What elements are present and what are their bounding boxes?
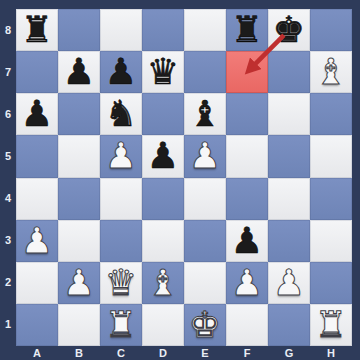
square-h1[interactable]: ♜ [310, 304, 352, 346]
square-h2[interactable] [310, 262, 352, 304]
square-c1[interactable]: ♜ [100, 304, 142, 346]
piece-white-bishop-h7[interactable]: ♝ [315, 54, 347, 90]
piece-white-pawn-b2[interactable]: ♟ [63, 265, 95, 301]
piece-black-rook-a8[interactable]: ♜ [21, 12, 53, 48]
piece-white-bishop-d2[interactable]: ♝ [147, 265, 179, 301]
square-a2[interactable] [16, 262, 58, 304]
piece-white-pawn-e5[interactable]: ♟ [189, 138, 221, 174]
square-g3[interactable] [268, 220, 310, 262]
piece-white-queen-c2[interactable]: ♛ [105, 265, 137, 301]
chess-board: ♜♜♚♟♟♛♝♟♞♝♟♟♟♟♟♟♛♝♟♟♜♚♜ [16, 9, 352, 346]
square-c2[interactable]: ♛ [100, 262, 142, 304]
square-h8[interactable] [310, 9, 352, 51]
square-f3[interactable]: ♟ [226, 220, 268, 262]
square-g6[interactable] [268, 93, 310, 135]
piece-white-rook-c1[interactable]: ♜ [105, 307, 137, 343]
square-g4[interactable] [268, 178, 310, 220]
square-e3[interactable] [184, 220, 226, 262]
file-label-f: F [226, 346, 268, 360]
file-label-d: D [142, 346, 184, 360]
square-f6[interactable] [226, 93, 268, 135]
piece-white-pawn-a3[interactable]: ♟ [21, 223, 53, 259]
piece-black-pawn-d5[interactable]: ♟ [147, 138, 179, 174]
square-e5[interactable]: ♟ [184, 135, 226, 177]
square-e6[interactable]: ♝ [184, 93, 226, 135]
square-f4[interactable] [226, 178, 268, 220]
piece-black-pawn-a6[interactable]: ♟ [21, 96, 53, 132]
piece-black-pawn-f3[interactable]: ♟ [231, 223, 263, 259]
rank-label-3: 3 [0, 220, 16, 262]
square-b3[interactable] [58, 220, 100, 262]
square-d3[interactable] [142, 220, 184, 262]
piece-black-queen-d7[interactable]: ♛ [147, 54, 179, 90]
square-d2[interactable]: ♝ [142, 262, 184, 304]
square-c3[interactable] [100, 220, 142, 262]
square-a6[interactable]: ♟ [16, 93, 58, 135]
square-h5[interactable] [310, 135, 352, 177]
square-a8[interactable]: ♜ [16, 9, 58, 51]
rank-label-5: 5 [0, 135, 16, 177]
square-e2[interactable] [184, 262, 226, 304]
square-b2[interactable]: ♟ [58, 262, 100, 304]
square-a3[interactable]: ♟ [16, 220, 58, 262]
piece-black-pawn-c7[interactable]: ♟ [105, 54, 137, 90]
file-label-e: E [184, 346, 226, 360]
square-d7[interactable]: ♛ [142, 51, 184, 93]
square-f5[interactable] [226, 135, 268, 177]
square-d6[interactable] [142, 93, 184, 135]
square-b6[interactable] [58, 93, 100, 135]
board-frame: 87654321 ♜♜♚♟♟♛♝♟♞♝♟♟♟♟♟♟♛♝♟♟♜♚♜ ABCDEFG… [0, 0, 360, 360]
square-c4[interactable] [100, 178, 142, 220]
square-g7[interactable] [268, 51, 310, 93]
square-f7[interactable] [226, 51, 268, 93]
piece-white-pawn-f2[interactable]: ♟ [231, 265, 263, 301]
piece-black-rook-f8[interactable]: ♜ [231, 12, 263, 48]
rank-label-8: 8 [0, 9, 16, 51]
square-a1[interactable] [16, 304, 58, 346]
square-d4[interactable] [142, 178, 184, 220]
piece-white-pawn-c5[interactable]: ♟ [105, 138, 137, 174]
square-a5[interactable] [16, 135, 58, 177]
square-h7[interactable]: ♝ [310, 51, 352, 93]
file-labels: ABCDEFGH [16, 346, 352, 360]
piece-black-knight-c6[interactable]: ♞ [105, 96, 137, 132]
square-c6[interactable]: ♞ [100, 93, 142, 135]
square-e7[interactable] [184, 51, 226, 93]
square-h3[interactable] [310, 220, 352, 262]
square-b8[interactable] [58, 9, 100, 51]
rank-labels: 87654321 [0, 9, 16, 346]
square-d5[interactable]: ♟ [142, 135, 184, 177]
square-a7[interactable] [16, 51, 58, 93]
square-e1[interactable]: ♚ [184, 304, 226, 346]
square-d8[interactable] [142, 9, 184, 51]
file-label-b: B [58, 346, 100, 360]
piece-black-king-g8[interactable]: ♚ [273, 12, 305, 48]
file-label-c: C [100, 346, 142, 360]
square-f1[interactable] [226, 304, 268, 346]
square-f2[interactable]: ♟ [226, 262, 268, 304]
square-c8[interactable] [100, 9, 142, 51]
rank-label-6: 6 [0, 93, 16, 135]
square-e8[interactable] [184, 9, 226, 51]
square-c5[interactable]: ♟ [100, 135, 142, 177]
square-g5[interactable] [268, 135, 310, 177]
rank-label-7: 7 [0, 51, 16, 93]
piece-white-pawn-g2[interactable]: ♟ [273, 265, 305, 301]
square-b5[interactable] [58, 135, 100, 177]
rank-label-4: 4 [0, 178, 16, 220]
square-b4[interactable] [58, 178, 100, 220]
file-label-h: H [310, 346, 352, 360]
square-d1[interactable] [142, 304, 184, 346]
square-e4[interactable] [184, 178, 226, 220]
square-g2[interactable]: ♟ [268, 262, 310, 304]
square-c7[interactable]: ♟ [100, 51, 142, 93]
piece-white-rook-h1[interactable]: ♜ [315, 307, 347, 343]
square-f8[interactable]: ♜ [226, 9, 268, 51]
file-label-g: G [268, 346, 310, 360]
square-g1[interactable] [268, 304, 310, 346]
file-label-a: A [16, 346, 58, 360]
square-b7[interactable]: ♟ [58, 51, 100, 93]
square-h6[interactable] [310, 93, 352, 135]
square-h4[interactable] [310, 178, 352, 220]
piece-white-king-e1[interactable]: ♚ [189, 307, 221, 343]
square-g8[interactable]: ♚ [268, 9, 310, 51]
rank-label-2: 2 [0, 262, 16, 304]
square-b1[interactable] [58, 304, 100, 346]
square-a4[interactable] [16, 178, 58, 220]
rank-label-1: 1 [0, 304, 16, 346]
piece-black-bishop-e6[interactable]: ♝ [189, 96, 221, 132]
piece-black-pawn-b7[interactable]: ♟ [63, 54, 95, 90]
